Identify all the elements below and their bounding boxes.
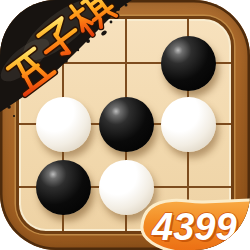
stone-black <box>161 36 216 91</box>
stone-white <box>99 160 154 215</box>
stone-white <box>161 97 216 152</box>
app-title-text: 五子棋 <box>0 0 1 1</box>
stone-black <box>99 97 154 152</box>
stone-black <box>36 160 91 215</box>
stone-white <box>36 97 91 152</box>
app-icon-gomoku[interactable]: 4399 4399 五子棋 <box>0 0 250 250</box>
stones-layer <box>0 0 250 250</box>
